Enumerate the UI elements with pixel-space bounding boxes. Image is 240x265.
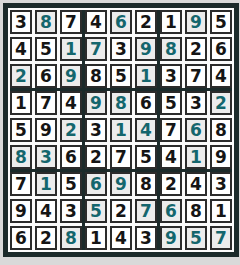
cell-digit: 5	[15, 122, 27, 139]
cell-digit: 7	[65, 14, 77, 31]
cell-r1c2[interactable]: 8	[35, 10, 57, 34]
cell-r3c6[interactable]: 1	[135, 64, 157, 88]
cell-r3c9[interactable]: 4	[210, 64, 232, 88]
cell-digit: 4	[90, 14, 102, 31]
cell-digit: 9	[40, 122, 52, 139]
cell-r2c5[interactable]: 3	[110, 37, 132, 61]
cell-r7c8[interactable]: 4	[185, 172, 207, 196]
block-1-3: 195826374	[160, 10, 232, 88]
cell-r8c1[interactable]: 9	[10, 199, 32, 223]
cell-r3c1[interactable]: 2	[10, 64, 32, 88]
cell-digit: 6	[140, 95, 152, 112]
cell-digit: 3	[140, 230, 152, 247]
cell-r4c1[interactable]: 1	[10, 91, 32, 115]
cell-r9c9[interactable]: 7	[210, 226, 232, 250]
cell-digit: 5	[215, 14, 227, 31]
cell-digit: 1	[215, 203, 227, 220]
cell-r4c4[interactable]: 9	[85, 91, 107, 115]
cell-digit: 5	[190, 230, 202, 247]
cell-r5c6[interactable]: 4	[135, 118, 157, 142]
cell-digit: 9	[215, 149, 227, 166]
cell-r8c9[interactable]: 1	[210, 199, 232, 223]
block-3-2: 698527143	[85, 172, 157, 250]
cell-digit: 6	[15, 230, 27, 247]
cell-digit: 2	[65, 122, 77, 139]
cell-r1c9[interactable]: 5	[210, 10, 232, 34]
cell-digit: 4	[165, 149, 177, 166]
cell-digit: 9	[115, 176, 127, 193]
cell-digit: 8	[165, 41, 177, 58]
cell-r3c7[interactable]: 3	[160, 64, 182, 88]
cell-r6c2[interactable]: 3	[35, 145, 57, 169]
cell-r4c9[interactable]: 2	[210, 91, 232, 115]
cell-digit: 6	[65, 149, 77, 166]
block-2-3: 532768419	[160, 91, 232, 169]
cell-r9c4[interactable]: 1	[85, 226, 107, 250]
cell-digit: 7	[115, 149, 127, 166]
cell-r6c9[interactable]: 9	[210, 145, 232, 169]
cell-digit: 9	[90, 95, 102, 112]
cell-digit: 6	[215, 41, 227, 58]
cell-digit: 7	[40, 95, 52, 112]
cell-r1c1[interactable]: 3	[10, 10, 32, 34]
cell-digit: 8	[65, 230, 77, 247]
cell-r5c9[interactable]: 8	[210, 118, 232, 142]
cell-r7c6[interactable]: 8	[135, 172, 157, 196]
cell-digit: 6	[190, 122, 202, 139]
cell-r2c3[interactable]: 1	[60, 37, 82, 61]
cell-digit: 4	[65, 95, 77, 112]
cell-digit: 3	[15, 14, 27, 31]
cell-digit: 3	[165, 68, 177, 85]
cell-digit: 8	[15, 149, 27, 166]
cell-r1c8[interactable]: 9	[185, 10, 207, 34]
cell-r9c1[interactable]: 6	[10, 226, 32, 250]
cell-r1c4[interactable]: 4	[85, 10, 107, 34]
cell-digit: 6	[40, 68, 52, 85]
block-3-3: 243681957	[160, 172, 232, 250]
cell-r9c3[interactable]: 8	[60, 226, 82, 250]
cell-r9c7[interactable]: 9	[160, 226, 182, 250]
cell-digit: 9	[190, 14, 202, 31]
cell-r1c6[interactable]: 2	[135, 10, 157, 34]
cell-digit: 4	[215, 68, 227, 85]
cell-r7c2[interactable]: 1	[35, 172, 57, 196]
cell-digit: 6	[115, 14, 127, 31]
cell-r9c6[interactable]: 3	[135, 226, 157, 250]
cell-digit: 1	[15, 95, 27, 112]
cell-r8c2[interactable]: 4	[35, 199, 57, 223]
cell-r4c7[interactable]: 5	[160, 91, 182, 115]
cell-r6c6[interactable]: 5	[135, 145, 157, 169]
cell-r2c6[interactable]: 9	[135, 37, 157, 61]
cell-digit: 4	[140, 122, 152, 139]
cell-digit: 3	[190, 95, 202, 112]
cell-r4c5[interactable]: 8	[110, 91, 132, 115]
cell-r8c5[interactable]: 2	[110, 199, 132, 223]
cell-r7c5[interactable]: 9	[110, 172, 132, 196]
cell-r8c3[interactable]: 3	[60, 199, 82, 223]
cell-r3c3[interactable]: 9	[60, 64, 82, 88]
cell-digit: 7	[165, 122, 177, 139]
cell-digit: 6	[90, 176, 102, 193]
cell-r3c5[interactable]: 5	[110, 64, 132, 88]
cell-r5c2[interactable]: 9	[35, 118, 57, 142]
cell-r6c1[interactable]: 8	[10, 145, 32, 169]
cell-digit: 8	[215, 122, 227, 139]
cell-r7c3[interactable]: 5	[60, 172, 82, 196]
cell-digit: 4	[40, 203, 52, 220]
cell-r4c3[interactable]: 4	[60, 91, 82, 115]
cell-r9c2[interactable]: 2	[35, 226, 57, 250]
cell-digit: 2	[190, 41, 202, 58]
cell-digit: 9	[165, 230, 177, 247]
sudoku-blocks: 3874512694627398511958263741745928369863…	[10, 10, 232, 250]
block-2-2: 986314275	[85, 91, 157, 169]
block-1-2: 462739851	[85, 10, 157, 88]
cell-r4c8[interactable]: 3	[185, 91, 207, 115]
cell-r1c3[interactable]: 7	[60, 10, 82, 34]
cell-digit: 9	[140, 41, 152, 58]
cell-r6c8[interactable]: 1	[185, 145, 207, 169]
cell-digit: 9	[15, 203, 27, 220]
cell-digit: 2	[115, 203, 127, 220]
cell-digit: 1	[140, 68, 152, 85]
cell-digit: 5	[90, 203, 102, 220]
cell-r3c8[interactable]: 7	[185, 64, 207, 88]
cell-r7c7[interactable]: 2	[160, 172, 182, 196]
cell-r7c1[interactable]: 7	[10, 172, 32, 196]
cell-digit: 2	[140, 14, 152, 31]
cell-digit: 7	[15, 176, 27, 193]
cell-digit: 2	[90, 149, 102, 166]
cell-digit: 8	[90, 68, 102, 85]
cell-digit: 3	[115, 41, 127, 58]
cell-r2c4[interactable]: 7	[85, 37, 107, 61]
cell-digit: 5	[165, 95, 177, 112]
sudoku-board: 3874512694627398511958263741745928369863…	[3, 3, 239, 257]
cell-digit: 1	[65, 41, 77, 58]
cell-digit: 1	[165, 14, 177, 31]
cell-digit: 7	[190, 68, 202, 85]
cell-digit: 5	[40, 41, 52, 58]
cell-r8c7[interactable]: 6	[160, 199, 182, 223]
cell-r5c1[interactable]: 5	[10, 118, 32, 142]
cell-digit: 7	[90, 41, 102, 58]
cell-digit: 1	[40, 176, 52, 193]
cell-r5c7[interactable]: 7	[160, 118, 182, 142]
cell-r2c9[interactable]: 6	[210, 37, 232, 61]
cell-r5c8[interactable]: 6	[185, 118, 207, 142]
cell-r8c8[interactable]: 8	[185, 199, 207, 223]
cell-digit: 1	[190, 149, 202, 166]
cell-digit: 1	[90, 230, 102, 247]
cell-r7c4[interactable]: 6	[85, 172, 107, 196]
cell-r4c2[interactable]: 7	[35, 91, 57, 115]
cell-r7c9[interactable]: 3	[210, 172, 232, 196]
cell-digit: 6	[165, 203, 177, 220]
cell-r5c5[interactable]: 1	[110, 118, 132, 142]
cell-digit: 4	[115, 230, 127, 247]
cell-r3c4[interactable]: 8	[85, 64, 107, 88]
block-2-1: 174592836	[10, 91, 82, 169]
cell-digit: 2	[40, 230, 52, 247]
cell-digit: 8	[115, 95, 127, 112]
cell-r8c6[interactable]: 7	[135, 199, 157, 223]
cell-digit: 3	[90, 122, 102, 139]
cell-r5c4[interactable]: 3	[85, 118, 107, 142]
cell-digit: 5	[140, 149, 152, 166]
cell-digit: 7	[140, 203, 152, 220]
cell-digit: 9	[65, 68, 77, 85]
cell-digit: 7	[215, 230, 227, 247]
cell-digit: 3	[40, 149, 52, 166]
cell-digit: 8	[40, 14, 52, 31]
cell-r4c6[interactable]: 6	[135, 91, 157, 115]
cell-digit: 3	[65, 203, 77, 220]
block-3-1: 715943628	[10, 172, 82, 250]
cell-digit: 4	[15, 41, 27, 58]
cell-digit: 8	[140, 176, 152, 193]
cell-r9c5[interactable]: 4	[110, 226, 132, 250]
cell-r2c1[interactable]: 4	[10, 37, 32, 61]
cell-digit: 2	[215, 95, 227, 112]
cell-r2c8[interactable]: 2	[185, 37, 207, 61]
cell-r6c4[interactable]: 2	[85, 145, 107, 169]
cell-digit: 5	[115, 68, 127, 85]
cell-r6c5[interactable]: 7	[110, 145, 132, 169]
cell-digit: 8	[190, 203, 202, 220]
cell-r2c7[interactable]: 8	[160, 37, 182, 61]
cell-r2c2[interactable]: 5	[35, 37, 57, 61]
cell-r1c7[interactable]: 1	[160, 10, 182, 34]
cell-r9c8[interactable]: 5	[185, 226, 207, 250]
cell-digit: 3	[215, 176, 227, 193]
cell-digit: 1	[115, 122, 127, 139]
cell-digit: 5	[65, 176, 77, 193]
cell-digit: 2	[15, 68, 27, 85]
cell-r8c4[interactable]: 5	[85, 199, 107, 223]
cell-r3c2[interactable]: 6	[35, 64, 57, 88]
cell-r6c7[interactable]: 4	[160, 145, 182, 169]
block-1-1: 387451269	[10, 10, 82, 88]
cell-r5c3[interactable]: 2	[60, 118, 82, 142]
cell-digit: 4	[190, 176, 202, 193]
cell-digit: 2	[165, 176, 177, 193]
cell-r1c5[interactable]: 6	[110, 10, 132, 34]
cell-r6c3[interactable]: 6	[60, 145, 82, 169]
